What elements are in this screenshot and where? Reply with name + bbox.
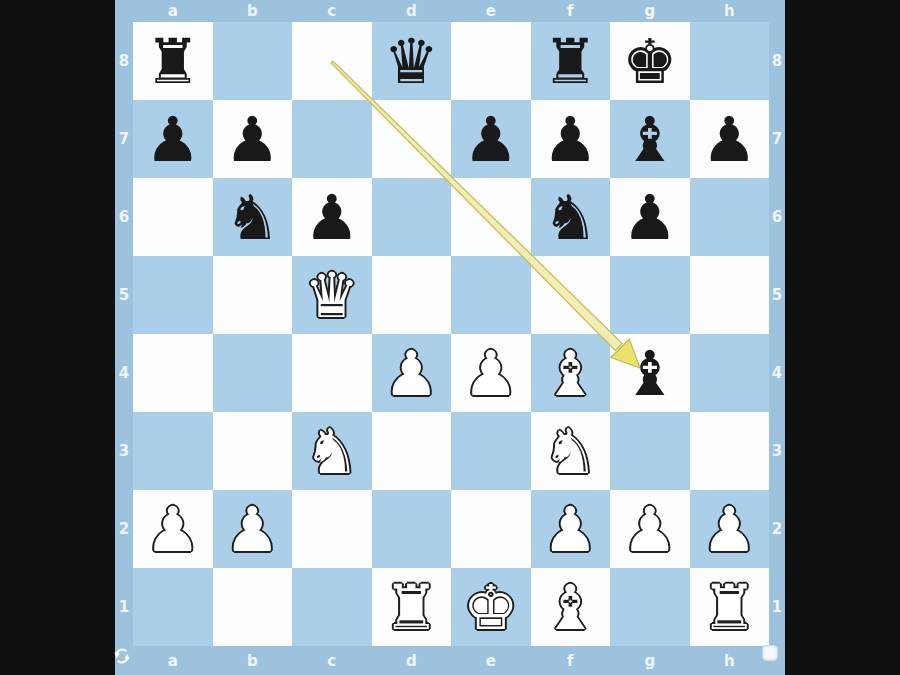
square-e3[interactable]	[451, 412, 531, 490]
square-d2[interactable]	[372, 490, 452, 568]
square-f6[interactable]: ♞	[531, 178, 611, 256]
black-bishop[interactable]: ♝	[622, 109, 678, 171]
square-f8[interactable]: ♜	[531, 22, 611, 100]
black-pawn[interactable]: ♟	[542, 109, 598, 171]
square-f4[interactable]: ♝	[531, 334, 611, 412]
rank-label-left-4: 4	[115, 334, 133, 412]
black-rook[interactable]: ♜	[145, 31, 201, 93]
black-king[interactable]: ♚	[622, 31, 678, 93]
square-c3[interactable]: ♞	[292, 412, 372, 490]
stop-square-icon[interactable]	[762, 645, 778, 661]
white-bishop[interactable]: ♝	[542, 577, 598, 639]
rank-labels-left: 87654321	[115, 22, 133, 646]
square-h3[interactable]	[690, 412, 770, 490]
square-f1[interactable]: ♝	[531, 568, 611, 646]
square-h1[interactable]: ♜	[690, 568, 770, 646]
square-b4[interactable]	[213, 334, 293, 412]
rank-label-right-3: 3	[769, 412, 785, 490]
square-a1[interactable]	[133, 568, 213, 646]
square-g3[interactable]	[610, 412, 690, 490]
square-c6[interactable]: ♟	[292, 178, 372, 256]
rank-label-left-8: 8	[115, 22, 133, 100]
square-g2[interactable]: ♟	[610, 490, 690, 568]
square-c8[interactable]	[292, 22, 372, 100]
white-pawn[interactable]: ♟	[145, 499, 201, 561]
rank-label-left-5: 5	[115, 256, 133, 334]
square-f3[interactable]: ♞	[531, 412, 611, 490]
square-g1[interactable]	[610, 568, 690, 646]
file-labels-bottom: abcdefgh	[133, 646, 769, 675]
white-king[interactable]: ♚	[463, 577, 519, 639]
square-b7[interactable]: ♟	[213, 100, 293, 178]
square-d3[interactable]	[372, 412, 452, 490]
rank-label-left-7: 7	[115, 100, 133, 178]
white-pawn[interactable]: ♟	[224, 499, 280, 561]
square-h4[interactable]	[690, 334, 770, 412]
square-c5[interactable]: ♛	[292, 256, 372, 334]
square-c1[interactable]	[292, 568, 372, 646]
square-d6[interactable]	[372, 178, 452, 256]
video-frame: abcdefgh abcdefgh 87654321 87654321 ♜♛♜♚…	[0, 0, 900, 675]
black-queen[interactable]: ♛	[383, 31, 439, 93]
square-b8[interactable]	[213, 22, 293, 100]
square-g5[interactable]	[610, 256, 690, 334]
white-knight[interactable]: ♞	[542, 421, 598, 483]
file-label-bottom-e: e	[451, 646, 531, 675]
square-d8[interactable]: ♛	[372, 22, 452, 100]
square-b1[interactable]	[213, 568, 293, 646]
square-b2[interactable]: ♟	[213, 490, 293, 568]
rank-label-right-1: 1	[769, 568, 785, 646]
square-a7[interactable]: ♟	[133, 100, 213, 178]
square-h7[interactable]: ♟	[690, 100, 770, 178]
square-d4[interactable]: ♟	[372, 334, 452, 412]
file-label-bottom-g: g	[610, 646, 690, 675]
square-e5[interactable]	[451, 256, 531, 334]
square-e4[interactable]: ♟	[451, 334, 531, 412]
square-g4[interactable]: ♝	[610, 334, 690, 412]
chess-board: abcdefgh abcdefgh 87654321 87654321 ♜♛♜♚…	[115, 0, 785, 675]
rank-label-left-2: 2	[115, 490, 133, 568]
black-pawn[interactable]: ♟	[304, 187, 360, 249]
rank-label-right-4: 4	[769, 334, 785, 412]
square-b6[interactable]: ♞	[213, 178, 293, 256]
white-knight[interactable]: ♞	[304, 421, 360, 483]
square-h5[interactable]	[690, 256, 770, 334]
rank-label-right-2: 2	[769, 490, 785, 568]
black-rook[interactable]: ♜	[542, 31, 598, 93]
file-label-bottom-f: f	[531, 646, 611, 675]
square-e6[interactable]	[451, 178, 531, 256]
file-label-bottom-d: d	[372, 646, 452, 675]
square-a5[interactable]	[133, 256, 213, 334]
file-label-top-e: e	[451, 0, 531, 22]
square-a6[interactable]	[133, 178, 213, 256]
square-a4[interactable]	[133, 334, 213, 412]
black-knight[interactable]: ♞	[224, 187, 280, 249]
rank-label-right-8: 8	[769, 22, 785, 100]
black-bishop[interactable]: ♝	[622, 343, 678, 405]
black-pawn[interactable]: ♟	[224, 109, 280, 171]
square-f5[interactable]	[531, 256, 611, 334]
file-label-bottom-a: a	[133, 646, 213, 675]
square-h2[interactable]: ♟	[690, 490, 770, 568]
rank-label-right-7: 7	[769, 100, 785, 178]
rank-label-left-3: 3	[115, 412, 133, 490]
black-pawn[interactable]: ♟	[463, 109, 519, 171]
file-label-top-h: h	[690, 0, 770, 22]
square-d7[interactable]	[372, 100, 452, 178]
square-c7[interactable]	[292, 100, 372, 178]
square-a3[interactable]	[133, 412, 213, 490]
file-label-top-d: d	[372, 0, 452, 22]
file-label-bottom-b: b	[213, 646, 293, 675]
square-d1[interactable]: ♜	[372, 568, 452, 646]
white-rook[interactable]: ♜	[701, 577, 757, 639]
square-b5[interactable]	[213, 256, 293, 334]
square-a8[interactable]: ♜	[133, 22, 213, 100]
file-label-top-a: a	[133, 0, 213, 22]
black-knight[interactable]: ♞	[542, 187, 598, 249]
white-queen[interactable]: ♛	[304, 265, 360, 327]
rank-label-right-5: 5	[769, 256, 785, 334]
black-pawn[interactable]: ♟	[701, 109, 757, 171]
file-label-top-c: c	[292, 0, 372, 22]
square-e7[interactable]: ♟	[451, 100, 531, 178]
square-h8[interactable]	[690, 22, 770, 100]
square-g6[interactable]: ♟	[610, 178, 690, 256]
white-pawn[interactable]: ♟	[622, 499, 678, 561]
square-e1[interactable]: ♚	[451, 568, 531, 646]
white-pawn[interactable]: ♟	[542, 499, 598, 561]
white-pawn[interactable]: ♟	[463, 343, 519, 405]
square-b3[interactable]	[213, 412, 293, 490]
square-h6[interactable]	[690, 178, 770, 256]
square-d5[interactable]	[372, 256, 452, 334]
square-e2[interactable]	[451, 490, 531, 568]
file-labels-top: abcdefgh	[133, 0, 769, 22]
square-f7[interactable]: ♟	[531, 100, 611, 178]
square-a2[interactable]: ♟	[133, 490, 213, 568]
black-pawn[interactable]: ♟	[622, 187, 678, 249]
square-g7[interactable]: ♝	[610, 100, 690, 178]
file-label-top-b: b	[213, 0, 293, 22]
file-label-top-g: g	[610, 0, 690, 22]
square-c2[interactable]	[292, 490, 372, 568]
file-label-top-f: f	[531, 0, 611, 22]
square-e8[interactable]	[451, 22, 531, 100]
square-c4[interactable]	[292, 334, 372, 412]
board-squares: ♜♛♜♚♟♟♟♟♝♟♞♟♞♟♛♟♟♝♝♞♞♟♟♟♟♟♜♚♝♜	[133, 22, 769, 646]
white-pawn[interactable]: ♟	[701, 499, 757, 561]
rank-label-right-6: 6	[769, 178, 785, 256]
white-rook[interactable]: ♜	[383, 577, 439, 639]
black-pawn[interactable]: ♟	[145, 109, 201, 171]
file-label-bottom-c: c	[292, 646, 372, 675]
file-label-bottom-h: h	[690, 646, 770, 675]
white-bishop[interactable]: ♝	[542, 343, 598, 405]
rank-label-left-1: 1	[115, 568, 133, 646]
square-f2[interactable]: ♟	[531, 490, 611, 568]
square-g8[interactable]: ♚	[610, 22, 690, 100]
rank-label-left-6: 6	[115, 178, 133, 256]
rank-labels-right: 87654321	[769, 22, 785, 646]
flip-board-icon[interactable]	[110, 644, 134, 668]
white-pawn[interactable]: ♟	[383, 343, 439, 405]
